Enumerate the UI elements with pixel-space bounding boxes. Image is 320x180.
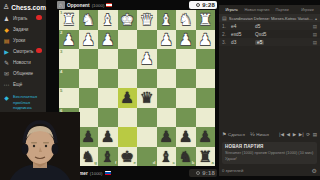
notification-badge — [36, 48, 42, 53]
opening-name: Scandinavian Defense: Mieses-Kotroc Vari… — [229, 16, 313, 21]
square-g7[interactable]: ♟ — [79, 127, 99, 147]
book-icon: ▤ — [222, 15, 227, 21]
top-player-avatar[interactable]: ♘ — [57, 1, 65, 9]
black-move[interactable]: Qxd5 — [255, 32, 279, 37]
file-label: f — [115, 161, 116, 165]
news-icon: ✎ — [3, 59, 10, 66]
back-icon[interactable]: ◀ — [287, 132, 291, 137]
square-d7[interactable] — [137, 127, 157, 147]
chat-box[interactable]: НОВАЯ ПАРТИЯ Streamer (1000) против Oppo… — [222, 142, 317, 164]
white-move[interactable]: exd5 — [231, 32, 255, 37]
white-piece-g1: ♞ — [79, 10, 99, 30]
white-piece-a2: ♟ — [196, 30, 216, 50]
rank-label: 4 — [60, 70, 62, 74]
bottom-player-flag-icon — [105, 171, 111, 175]
square-h5[interactable]: 5 — [59, 88, 79, 108]
square-e5[interactable]: ♟ — [118, 88, 138, 108]
square-f4[interactable] — [98, 69, 118, 89]
resign-button[interactable]: ⚑ Сдаться — [222, 131, 245, 137]
square-d8[interactable]: d — [137, 147, 157, 167]
file-label: d — [153, 161, 156, 165]
chat-message: Streamer (1000) против Opponent (1000) (… — [225, 151, 314, 156]
bottom-player-rating: (1000) — [90, 171, 103, 176]
logo-pawn-icon: ♙ — [3, 3, 9, 11]
square-a4[interactable] — [196, 69, 216, 89]
white-piece-c1: ♝ — [157, 10, 177, 30]
go-end-icon[interactable]: ▶| — [299, 132, 304, 137]
white-move[interactable]: e4 — [231, 24, 255, 29]
social-icon: ✉ — [3, 70, 10, 77]
bottom-player-clock: 9:18 — [189, 169, 217, 177]
rank-label: 5 — [60, 89, 62, 93]
square-a1[interactable]: ♜ — [196, 10, 216, 30]
square-g1[interactable]: ♞ — [79, 10, 99, 30]
square-a6[interactable] — [196, 108, 216, 128]
move-number: 2. — [222, 32, 231, 37]
square-f2[interactable]: ♟ — [98, 30, 118, 50]
square-h2[interactable]: ♟2 — [59, 30, 79, 50]
black-piece-a7: ♟ — [196, 127, 216, 147]
more-icon: ⋯ — [3, 81, 10, 88]
bottom-player-bar: ♟ Streamer (1000) 9:18 — [57, 166, 217, 180]
square-c7[interactable]: ♟ — [157, 127, 177, 147]
black-piece-f7: ♟ — [98, 127, 118, 147]
sidebar-item-label: Задачи — [13, 27, 28, 32]
sidebar-item-7[interactable]: ⋯ Ещё — [0, 79, 46, 90]
square-g5[interactable] — [79, 88, 99, 108]
square-h3[interactable]: 3 — [59, 49, 79, 69]
game-controls: ⚑ Сдаться ½ Ничья |◀◀▶▶|⟳▤ — [219, 130, 320, 139]
sidebar-item-2[interactable]: ◆ Задачи — [0, 24, 46, 35]
sidebar-item-label: Новости — [13, 60, 31, 65]
chevron-up-icon[interactable]: ▴ — [315, 16, 317, 21]
square-h4[interactable]: 4 — [59, 69, 79, 89]
sidebar-item-label: Общение — [13, 71, 33, 76]
square-h1[interactable]: ♜1 — [59, 10, 79, 30]
file-label: e — [134, 161, 136, 165]
square-c3[interactable] — [157, 49, 177, 69]
top-player-flag-icon — [106, 3, 112, 7]
white-piece-g2: ♟ — [79, 30, 99, 50]
square-f5[interactable] — [98, 88, 118, 108]
flag-icon: ⚑ — [222, 131, 226, 137]
square-b4[interactable] — [176, 69, 196, 89]
stream-frame: ♙ Chess.com ♟ Играть◆ Задачи▤ Уроки▶ Смо… — [0, 0, 320, 180]
square-d1[interactable]: ♛ — [137, 10, 157, 30]
file-label: g — [94, 161, 97, 165]
chesscom-logo[interactable]: ♙ Chess.com — [0, 0, 46, 13]
lessons-icon: ▤ — [3, 37, 10, 44]
sidebar-item-5[interactable]: ✎ Новости — [0, 57, 46, 68]
square-e1[interactable]: ♚ — [118, 10, 138, 30]
chat-lines: Streamer (1000) против Opponent (1000) (… — [225, 151, 314, 162]
square-e7[interactable] — [118, 127, 138, 147]
square-e6[interactable] — [118, 108, 138, 128]
square-b2[interactable]: ♟ — [176, 30, 196, 50]
square-d6[interactable] — [137, 108, 157, 128]
square-d5[interactable]: ♛ — [137, 88, 157, 108]
go-start-icon[interactable]: |◀ — [279, 132, 284, 137]
square-c1[interactable]: ♝ — [157, 10, 177, 30]
panel-tab-3[interactable]: Партии — [270, 7, 295, 12]
square-g8[interactable]: ♞g — [79, 147, 99, 167]
move-list-space — [219, 46, 320, 130]
black-piece-g7: ♟ — [79, 127, 99, 147]
square-d2[interactable] — [137, 30, 157, 50]
square-g2[interactable]: ♟ — [79, 30, 99, 50]
streamer-webcam — [0, 112, 80, 180]
puzzle-icon: ◆ — [3, 26, 10, 33]
square-a5[interactable] — [196, 88, 216, 108]
square-d3[interactable]: ♟ — [137, 49, 157, 69]
chat-message: Удачи! — [225, 157, 314, 162]
chess-board[interactable]: ♜1♞♝♚♛♝♞♜♟2♟♟♟♟♟3♟45♟♛6♟7♟♟♟♟♟♜8h♞g♝f♚ed… — [59, 10, 215, 166]
sidebar-item-6[interactable]: ✉ Общение — [0, 68, 46, 79]
square-b5[interactable] — [176, 88, 196, 108]
sidebar-menu: ♟ Играть◆ Задачи▤ Уроки▶ Смотреть✎ Новос… — [0, 13, 46, 90]
clock-icon — [196, 171, 200, 175]
move-row: 1. e4 d5 ▤ — [219, 22, 320, 30]
square-e8[interactable]: ♚e — [118, 147, 138, 167]
streamer-portrait — [0, 112, 80, 180]
square-g4[interactable] — [79, 69, 99, 89]
panel-tab-2[interactable]: Новая партия — [244, 7, 269, 12]
square-f8[interactable]: ♝f — [98, 147, 118, 167]
panel-footer: 0 зрителей ⚙ — [219, 164, 320, 176]
square-a8[interactable]: ♜a — [196, 147, 216, 167]
square-b3[interactable] — [176, 49, 196, 69]
square-c6[interactable] — [157, 108, 177, 128]
move-nav-buttons: |◀◀▶▶|⟳▤ — [279, 132, 317, 137]
move-row: 2. exd5 Qxd5 ▤ — [219, 30, 320, 38]
rank-label: 1 — [60, 11, 62, 15]
diamond-icon: ◆ — [3, 94, 10, 101]
square-b1[interactable]: ♞ — [176, 10, 196, 30]
trial-label: Бесплатная пробная подписка — [13, 94, 43, 111]
book-icon: ▤ — [313, 40, 317, 45]
watch-icon: ▶ — [3, 48, 10, 55]
square-c8[interactable]: ♝c — [157, 147, 177, 167]
logo-text: Chess.com — [11, 4, 46, 11]
draw-button[interactable]: ½ Ничья — [250, 131, 269, 137]
white-piece-c2: ♟ — [157, 30, 177, 50]
white-piece-d1: ♛ — [137, 10, 157, 30]
sidebar-trial-link[interactable]: ◆ Бесплатная пробная подписка — [0, 90, 46, 115]
panel-tab-4[interactable]: Игроки — [295, 7, 320, 12]
square-a3[interactable] — [196, 49, 216, 69]
board-menu-icon[interactable]: ▤ — [313, 132, 317, 137]
file-label: a — [212, 161, 214, 165]
square-e3[interactable] — [118, 49, 138, 69]
panel-tabs: ИгратьНовая партияПартииИгроки — [219, 5, 320, 14]
settings-gear-icon[interactable]: ⚙ — [312, 167, 317, 174]
white-move[interactable]: d3 — [231, 40, 255, 45]
square-d4[interactable] — [137, 69, 157, 89]
top-player-clock: 9:28 — [189, 1, 217, 9]
square-f3[interactable] — [98, 49, 118, 69]
white-piece-b2: ♟ — [176, 30, 196, 50]
square-b6[interactable] — [176, 108, 196, 128]
book-icon: ▤ — [313, 32, 317, 37]
top-player-name[interactable]: Opponent — [67, 3, 90, 8]
panel-tab-1[interactable]: Играть — [219, 7, 244, 12]
square-g3[interactable] — [79, 49, 99, 69]
top-player-bar: ♘ Opponent (1000) 9:28 — [57, 0, 217, 10]
sidebar-item-1[interactable]: ♟ Играть — [0, 13, 46, 24]
move-list: 1. e4 d5 ▤2. exd5 Qxd5 ▤3. d3 e5 ▤ — [219, 22, 320, 46]
square-e2[interactable] — [118, 30, 138, 50]
black-piece-d5: ♛ — [137, 88, 157, 108]
black-piece-c7: ♟ — [157, 127, 177, 147]
forward-icon[interactable]: ▶ — [293, 132, 297, 137]
sidebar-item-label: Смотреть — [13, 49, 34, 54]
clock-icon — [196, 3, 200, 7]
white-piece-e1: ♚ — [118, 10, 138, 30]
black-move[interactable]: e5 — [255, 40, 279, 45]
black-piece-b7: ♟ — [176, 127, 196, 147]
rank-label: 3 — [60, 50, 62, 54]
notification-badge — [36, 15, 42, 20]
square-a2[interactable]: ♟ — [196, 30, 216, 50]
rank-label: 2 — [60, 31, 62, 35]
square-g6[interactable] — [79, 108, 99, 128]
white-piece-a1: ♜ — [196, 10, 216, 30]
game-panel: ИгратьНовая партияПартииИгроки ▤ Scandin… — [219, 5, 320, 176]
square-c4[interactable] — [157, 69, 177, 89]
square-c2[interactable]: ♟ — [157, 30, 177, 50]
black-move[interactable]: d5 — [255, 24, 279, 29]
opening-bar[interactable]: ▤ Scandinavian Defense: Mieses-Kotroc Va… — [219, 14, 320, 22]
square-e4[interactable] — [118, 69, 138, 89]
square-f7[interactable]: ♟ — [98, 127, 118, 147]
black-piece-e5: ♟ — [118, 88, 138, 108]
sidebar-item-label: Уроки — [13, 38, 25, 43]
half-point-icon: ½ — [250, 131, 255, 137]
sidebar-item-4[interactable]: ▶ Смотреть — [0, 46, 46, 57]
square-b7[interactable]: ♟ — [176, 127, 196, 147]
sidebar-item-3[interactable]: ▤ Уроки — [0, 35, 46, 46]
chat-title: НОВАЯ ПАРТИЯ — [225, 144, 314, 149]
move-number: 1. — [222, 24, 231, 29]
white-piece-f1: ♝ — [98, 10, 118, 30]
square-a7[interactable]: ♟ — [196, 127, 216, 147]
white-piece-d3: ♟ — [137, 49, 157, 69]
book-icon: ▤ — [313, 24, 317, 29]
file-label: c — [173, 161, 175, 165]
viewers-count: 0 зрителей — [222, 168, 243, 173]
move-row: 3. d3 e5 ▤ — [219, 38, 320, 46]
file-label: b — [192, 161, 195, 165]
square-f6[interactable] — [98, 108, 118, 128]
sidebar-item-label: Играть — [13, 16, 27, 21]
white-piece-b1: ♞ — [176, 10, 196, 30]
square-c5[interactable] — [157, 88, 177, 108]
pawn-icon: ♟ — [3, 15, 10, 22]
white-piece-f2: ♟ — [98, 30, 118, 50]
move-number: 3. — [222, 40, 231, 45]
square-f1[interactable]: ♝ — [98, 10, 118, 30]
top-player-rating: (1000) — [92, 3, 105, 8]
sidebar-item-label: Ещё — [13, 82, 22, 87]
flip-board-icon[interactable]: ⟳ — [306, 132, 310, 137]
square-b8[interactable]: ♞b — [176, 147, 196, 167]
